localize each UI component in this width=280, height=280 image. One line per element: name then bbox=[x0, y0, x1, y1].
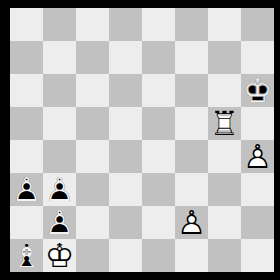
square-b4[interactable] bbox=[43, 140, 76, 173]
square-f2[interactable]: ♟♙ bbox=[175, 206, 208, 239]
square-e8[interactable] bbox=[142, 8, 175, 41]
black-pawn[interactable]: ♟♙ bbox=[43, 173, 76, 206]
square-f8[interactable] bbox=[175, 8, 208, 41]
square-d2[interactable] bbox=[109, 206, 142, 239]
piece-outline-glyph: ♙ bbox=[241, 140, 274, 173]
piece-outline-glyph: ♙ bbox=[43, 173, 76, 206]
square-h2[interactable] bbox=[241, 206, 274, 239]
square-d7[interactable] bbox=[109, 41, 142, 74]
black-pawn[interactable]: ♟♙ bbox=[43, 206, 76, 239]
square-b3[interactable]: ♟♙ bbox=[43, 173, 76, 206]
piece-outline-glyph: ♖ bbox=[208, 107, 241, 140]
white-pawn[interactable]: ♟♙ bbox=[241, 140, 274, 173]
square-a4[interactable] bbox=[10, 140, 43, 173]
piece-outline-glyph: ♔ bbox=[43, 239, 76, 272]
square-d4[interactable] bbox=[109, 140, 142, 173]
square-d3[interactable] bbox=[109, 173, 142, 206]
square-d6[interactable] bbox=[109, 74, 142, 107]
white-pawn[interactable]: ♟♙ bbox=[175, 206, 208, 239]
piece-fill-glyph: ♟ bbox=[43, 173, 76, 206]
square-e3[interactable] bbox=[142, 173, 175, 206]
board-frame: ♚♔♜♖♟♙♟♙♟♙♟♙♟♙♝♗♚♔ bbox=[0, 0, 280, 280]
square-b8[interactable] bbox=[43, 8, 76, 41]
piece-outline-glyph: ♙ bbox=[10, 173, 43, 206]
square-a8[interactable] bbox=[10, 8, 43, 41]
square-b5[interactable] bbox=[43, 107, 76, 140]
square-h7[interactable] bbox=[241, 41, 274, 74]
square-c5[interactable] bbox=[76, 107, 109, 140]
square-d8[interactable] bbox=[109, 8, 142, 41]
square-a5[interactable] bbox=[10, 107, 43, 140]
square-e4[interactable] bbox=[142, 140, 175, 173]
square-c7[interactable] bbox=[76, 41, 109, 74]
square-h8[interactable] bbox=[241, 8, 274, 41]
piece-fill-glyph: ♚ bbox=[43, 239, 76, 272]
square-c6[interactable] bbox=[76, 74, 109, 107]
square-a3[interactable]: ♟♙ bbox=[10, 173, 43, 206]
piece-outline-glyph: ♙ bbox=[43, 206, 76, 239]
square-f7[interactable] bbox=[175, 41, 208, 74]
square-f6[interactable] bbox=[175, 74, 208, 107]
square-h3[interactable] bbox=[241, 173, 274, 206]
square-b2[interactable]: ♟♙ bbox=[43, 206, 76, 239]
piece-fill-glyph: ♟ bbox=[43, 206, 76, 239]
piece-fill-glyph: ♟ bbox=[175, 206, 208, 239]
square-e7[interactable] bbox=[142, 41, 175, 74]
square-h1[interactable] bbox=[241, 239, 274, 272]
piece-fill-glyph: ♚ bbox=[241, 74, 274, 107]
square-c4[interactable] bbox=[76, 140, 109, 173]
piece-outline-glyph: ♙ bbox=[175, 206, 208, 239]
square-d1[interactable] bbox=[109, 239, 142, 272]
piece-fill-glyph: ♟ bbox=[10, 173, 43, 206]
black-bishop[interactable]: ♝♗ bbox=[10, 239, 43, 272]
black-pawn[interactable]: ♟♙ bbox=[10, 173, 43, 206]
square-h6[interactable]: ♚♔ bbox=[241, 74, 274, 107]
square-g8[interactable] bbox=[208, 8, 241, 41]
square-h5[interactable] bbox=[241, 107, 274, 140]
white-rook[interactable]: ♜♖ bbox=[208, 107, 241, 140]
square-g7[interactable] bbox=[208, 41, 241, 74]
square-h4[interactable]: ♟♙ bbox=[241, 140, 274, 173]
square-e2[interactable] bbox=[142, 206, 175, 239]
piece-fill-glyph: ♟ bbox=[241, 140, 274, 173]
piece-fill-glyph: ♝ bbox=[10, 239, 43, 272]
square-a6[interactable] bbox=[10, 74, 43, 107]
black-king[interactable]: ♚♔ bbox=[241, 74, 274, 107]
chess-diagram-page: { "game": "chess", "board": { "size": 8,… bbox=[0, 0, 280, 280]
square-f4[interactable] bbox=[175, 140, 208, 173]
square-d5[interactable] bbox=[109, 107, 142, 140]
square-g4[interactable] bbox=[208, 140, 241, 173]
chess-board: ♚♔♜♖♟♙♟♙♟♙♟♙♟♙♝♗♚♔ bbox=[10, 8, 274, 272]
square-b7[interactable] bbox=[43, 41, 76, 74]
piece-outline-glyph: ♗ bbox=[10, 239, 43, 272]
square-a1[interactable]: ♝♗ bbox=[10, 239, 43, 272]
square-b1[interactable]: ♚♔ bbox=[43, 239, 76, 272]
square-g6[interactable] bbox=[208, 74, 241, 107]
square-e1[interactable] bbox=[142, 239, 175, 272]
square-e6[interactable] bbox=[142, 74, 175, 107]
square-a2[interactable] bbox=[10, 206, 43, 239]
square-f3[interactable] bbox=[175, 173, 208, 206]
square-e5[interactable] bbox=[142, 107, 175, 140]
square-b6[interactable] bbox=[43, 74, 76, 107]
square-c2[interactable] bbox=[76, 206, 109, 239]
square-f5[interactable] bbox=[175, 107, 208, 140]
square-g5[interactable]: ♜♖ bbox=[208, 107, 241, 140]
square-g1[interactable] bbox=[208, 239, 241, 272]
square-g2[interactable] bbox=[208, 206, 241, 239]
square-c3[interactable] bbox=[76, 173, 109, 206]
square-c1[interactable] bbox=[76, 239, 109, 272]
square-f1[interactable] bbox=[175, 239, 208, 272]
white-king[interactable]: ♚♔ bbox=[43, 239, 76, 272]
square-c8[interactable] bbox=[76, 8, 109, 41]
square-g3[interactable] bbox=[208, 173, 241, 206]
piece-outline-glyph: ♔ bbox=[241, 74, 274, 107]
square-a7[interactable] bbox=[10, 41, 43, 74]
piece-fill-glyph: ♜ bbox=[208, 107, 241, 140]
